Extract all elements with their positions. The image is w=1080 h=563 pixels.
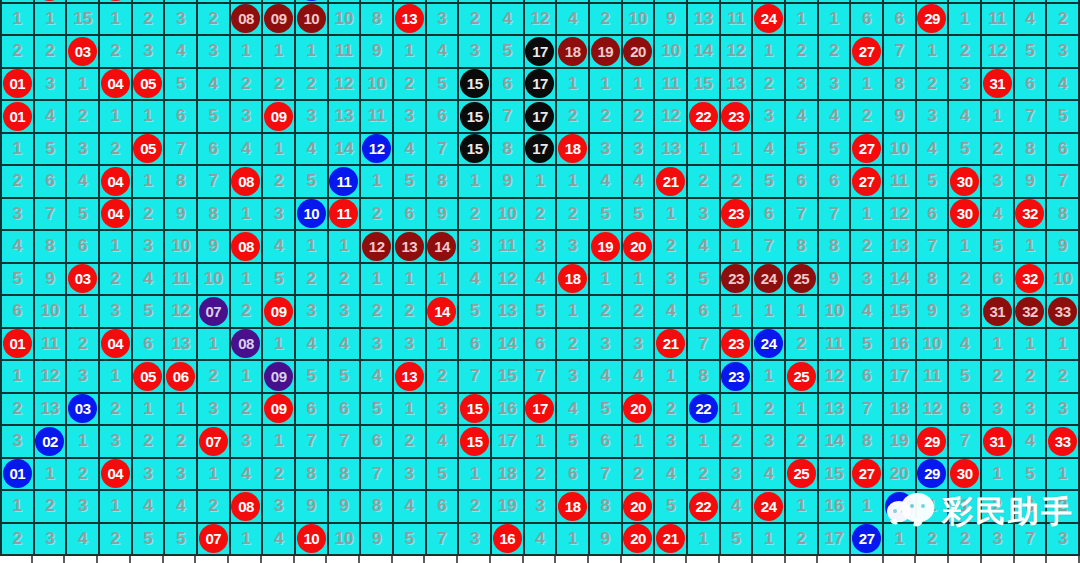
- lottery-ball: 08: [231, 492, 260, 521]
- grid-cell: 22: [688, 491, 721, 524]
- grid-cell: 2: [590, 101, 623, 134]
- grid-cell: 4: [231, 134, 264, 167]
- grid-cell: 1: [655, 361, 688, 394]
- grid-cell: 4: [525, 524, 558, 557]
- grid-cell: 4: [361, 361, 394, 394]
- grid-cell: 5: [1015, 459, 1048, 492]
- grid-cell: 2: [198, 361, 231, 394]
- grid-cell: 1: [721, 296, 754, 329]
- grid-cell: 10: [819, 296, 852, 329]
- grid-cell: 1: [721, 394, 754, 427]
- grid-cell: 9: [427, 199, 460, 232]
- grid-cell: 2: [361, 296, 394, 329]
- lottery-ball: 09: [264, 297, 293, 326]
- lottery-ball: 02: [35, 0, 64, 1]
- grid-cell: 24: [753, 491, 786, 524]
- grid-cell: 23: [721, 264, 754, 297]
- lottery-ball: 20: [623, 394, 652, 423]
- grid-cell: 4: [623, 166, 656, 199]
- grid-cell: 15: [819, 459, 852, 492]
- grid-cell: 5: [688, 264, 721, 297]
- grid-cell: 6: [427, 491, 460, 524]
- lottery-ball: 33: [1048, 427, 1077, 456]
- grid-cell: 5: [165, 524, 198, 557]
- grid-cell: 5: [525, 296, 558, 329]
- lottery-ball: 10: [297, 4, 326, 33]
- grid-cell: 4: [753, 459, 786, 492]
- grid-cell: 21: [655, 166, 688, 199]
- grid-cell: 1: [2, 4, 35, 37]
- lottery-ball: 15: [460, 69, 489, 98]
- grid-cell: 5: [133, 296, 166, 329]
- grid-cell: 8: [35, 231, 68, 264]
- lottery-ball: 17: [525, 134, 554, 163]
- grid-cell: 10: [492, 199, 525, 232]
- grid-cell: 2: [329, 264, 362, 297]
- grid-cell: 9: [1047, 231, 1080, 264]
- grid-cell: 6: [590, 426, 623, 459]
- grid-cell: 15: [459, 394, 492, 427]
- grid-cell: 10: [884, 134, 917, 167]
- lottery-ball: 21: [656, 329, 685, 358]
- grid-cell: 6: [67, 231, 100, 264]
- grid-cell: 17: [525, 101, 558, 134]
- grid-cell: 3: [2, 426, 35, 459]
- grid-cell: 1: [100, 101, 133, 134]
- lottery-ball: 11: [329, 167, 358, 196]
- grid-cell: 7: [427, 134, 460, 167]
- grid-cell: 4: [329, 329, 362, 362]
- grid-cell: 29: [917, 4, 950, 37]
- grid-cell: 2: [949, 264, 982, 297]
- lottery-ball: 10: [297, 524, 326, 553]
- lottery-ball: 14: [427, 232, 456, 261]
- grid-cell: 12: [525, 4, 558, 37]
- grid-cell: 1: [361, 166, 394, 199]
- grid-cell: 17: [525, 394, 558, 427]
- grid-cell: 3: [231, 101, 264, 134]
- grid-cell: 15: [492, 361, 525, 394]
- grid-cell: 1: [198, 329, 231, 362]
- lottery-ball: 32: [1015, 297, 1044, 326]
- grid-cell: 8: [492, 134, 525, 167]
- grid-cell: 2: [786, 426, 819, 459]
- grid-cell: 01: [2, 459, 35, 492]
- grid-cell: 09: [263, 394, 296, 427]
- grid-cell: 1: [557, 296, 590, 329]
- grid-cell: 27: [851, 166, 884, 199]
- grid-cell: 14: [688, 36, 721, 69]
- grid-cell: 12: [361, 231, 394, 264]
- grid-cell: 3: [949, 296, 982, 329]
- grid-cell: 4: [949, 101, 982, 134]
- grid-cell: 1: [753, 361, 786, 394]
- grid-cell: 3: [231, 426, 264, 459]
- grid-cell: 5: [1047, 101, 1080, 134]
- grid-cell: 03: [67, 264, 100, 297]
- grid-cell: 18: [557, 134, 590, 167]
- grid-cell: 2: [982, 361, 1015, 394]
- lottery-ball: 13: [395, 232, 424, 261]
- grid-cell: 13: [394, 231, 427, 264]
- grid-cell: 6: [2, 296, 35, 329]
- lottery-ball: 23: [721, 362, 750, 391]
- grid-cell: 4: [165, 491, 198, 524]
- grid-cell: 04: [100, 166, 133, 199]
- grid-cell: 27: [851, 36, 884, 69]
- grid-cell: 18: [884, 394, 917, 427]
- grid-cell: 7: [884, 36, 917, 69]
- grid-cell: 2: [296, 264, 329, 297]
- grid-cell: 2: [100, 264, 133, 297]
- grid-cell: 8: [361, 491, 394, 524]
- grid-cell: 28: [884, 491, 917, 524]
- grid-cell: 4: [492, 4, 525, 37]
- grid-cell: 1: [1015, 329, 1048, 362]
- grid-cell: 02: [35, 426, 68, 459]
- grid-cell: 9: [1015, 166, 1048, 199]
- grid-cell: 7: [296, 426, 329, 459]
- grid-cell: 11: [917, 361, 950, 394]
- lottery-ball: 18: [558, 492, 587, 521]
- grid-cell: 5: [949, 134, 982, 167]
- grid-cell: 9: [917, 296, 950, 329]
- lottery-ball: 21: [656, 524, 685, 553]
- grid-cell: 1: [361, 264, 394, 297]
- grid-cell: 12: [917, 394, 950, 427]
- grid-cell: 14: [819, 426, 852, 459]
- grid-cell: 3: [851, 264, 884, 297]
- lottery-ball: 29: [917, 427, 946, 456]
- grid-cell: 6: [165, 101, 198, 134]
- grid-cell: 2: [721, 426, 754, 459]
- grid-cell: 2: [100, 134, 133, 167]
- grid-cell: 2: [1047, 491, 1080, 524]
- grid-cell: 30: [949, 199, 982, 232]
- lottery-ball: 09: [264, 102, 293, 131]
- lottery-ball: 32: [1015, 199, 1044, 228]
- grid-cell: 1: [67, 69, 100, 102]
- grid-cell: 1: [329, 231, 362, 264]
- grid-cell: 3: [525, 231, 558, 264]
- grid-cell: 1: [721, 231, 754, 264]
- grid-cell: 24: [753, 329, 786, 362]
- grid-cell: 1: [100, 361, 133, 394]
- bottom-cropped-row: [0, 556, 1080, 563]
- lottery-ball: 27: [852, 524, 881, 553]
- grid-cell: 3: [67, 134, 100, 167]
- grid-cell: 10: [198, 264, 231, 297]
- grid-cell: 2: [949, 524, 982, 557]
- grid-cell: 3: [35, 524, 68, 557]
- grid-cell: 4: [590, 361, 623, 394]
- grid-cell: 12: [982, 36, 1015, 69]
- grid-cell: 23: [721, 199, 754, 232]
- grid-cell: 08: [231, 231, 264, 264]
- grid-cell: 2: [231, 394, 264, 427]
- grid-cell: 7: [590, 459, 623, 492]
- trend-grid-viewport: 0204101115123208091010813324124210913112…: [0, 0, 1080, 563]
- grid-cell: 4: [296, 134, 329, 167]
- grid-cell: 04: [100, 459, 133, 492]
- grid-cell: 8: [165, 166, 198, 199]
- grid-cell: 12: [819, 361, 852, 394]
- grid-cell: 1: [786, 491, 819, 524]
- grid-cell: 11: [329, 166, 362, 199]
- grid-cell: 10: [296, 524, 329, 557]
- grid-cell: 2: [263, 459, 296, 492]
- grid-cell: 4: [394, 134, 427, 167]
- grid-cell: 2: [786, 329, 819, 362]
- grid-cell: 30: [949, 166, 982, 199]
- lottery-ball: 19: [591, 37, 620, 66]
- grid-cell: 3: [982, 524, 1015, 557]
- grid-cell: 11: [721, 4, 754, 37]
- grid-cell: 09: [263, 296, 296, 329]
- grid-cell: 10: [917, 329, 950, 362]
- grid-cell: 29: [917, 459, 950, 492]
- lottery-ball: 08: [231, 232, 260, 261]
- grid-cell: 3: [819, 69, 852, 102]
- grid-cell: 1: [427, 329, 460, 362]
- grid-cell: 2: [917, 69, 950, 102]
- grid-cell: 7: [786, 199, 819, 232]
- grid-cell: 2: [165, 426, 198, 459]
- grid-cell: 09: [263, 361, 296, 394]
- grid-cell: 3: [982, 166, 1015, 199]
- lottery-ball: 05: [133, 69, 162, 98]
- grid-cell: 3: [35, 69, 68, 102]
- grid-cell: 11: [329, 199, 362, 232]
- lottery-ball: 01: [3, 102, 32, 131]
- grid-cell: 12: [35, 361, 68, 394]
- lottery-ball: 11: [329, 199, 358, 228]
- grid-cell: 32: [1015, 296, 1048, 329]
- grid-cell: 7: [1015, 101, 1048, 134]
- grid-cell: 2: [133, 426, 166, 459]
- grid-cell: 5: [753, 166, 786, 199]
- grid-cell: 13: [394, 4, 427, 37]
- grid-cell: 3: [1047, 36, 1080, 69]
- grid-cell: 19: [590, 36, 623, 69]
- lottery-trend-chart: 0204101115123208091010813324124210913112…: [0, 0, 1080, 563]
- grid-cell: 1: [459, 459, 492, 492]
- grid-cell: 10: [329, 524, 362, 557]
- grid-cell: 1: [982, 459, 1015, 492]
- grid-cell: 4: [721, 491, 754, 524]
- grid-cell: 10: [165, 231, 198, 264]
- grid-cell: 2: [982, 134, 1015, 167]
- grid-cell: 33: [1047, 426, 1080, 459]
- grid-cell: 10: [623, 4, 656, 37]
- grid-cell: 1: [851, 69, 884, 102]
- grid-cell: 2: [590, 296, 623, 329]
- grid-cell: 15: [459, 69, 492, 102]
- grid-cell: 8: [590, 491, 623, 524]
- grid-cell: 8: [198, 199, 231, 232]
- grid-cell: 1: [623, 69, 656, 102]
- grid-cell: 6: [884, 4, 917, 37]
- grid-cell: 3: [590, 134, 623, 167]
- grid-cell: 6: [459, 329, 492, 362]
- grid-cell: 2: [655, 394, 688, 427]
- lottery-ball: 13: [395, 362, 424, 391]
- grid-cell: 5: [361, 394, 394, 427]
- grid-cell: 4: [67, 524, 100, 557]
- grid-cell: 18: [557, 264, 590, 297]
- lottery-ball: 07: [199, 524, 228, 553]
- grid-cell: 1: [231, 199, 264, 232]
- grid-cell: 2: [100, 394, 133, 427]
- grid-cell: 1: [917, 491, 950, 524]
- lottery-ball: 04: [101, 329, 130, 358]
- lottery-ball: 33: [1048, 297, 1077, 326]
- trend-grid: 0204101115123208091010813324124210913112…: [0, 0, 1080, 556]
- lottery-ball: 20: [623, 524, 652, 553]
- grid-cell: 2: [198, 4, 231, 37]
- grid-cell: 3: [427, 4, 460, 37]
- grid-cell: 5: [917, 166, 950, 199]
- grid-cell: 1: [263, 329, 296, 362]
- grid-cell: 1: [100, 231, 133, 264]
- grid-cell: 5: [394, 524, 427, 557]
- grid-cell: 07: [198, 426, 231, 459]
- grid-cell: 2: [459, 491, 492, 524]
- lottery-ball: 08: [231, 167, 260, 196]
- grid-cell: 3: [590, 329, 623, 362]
- grid-cell: 4: [427, 36, 460, 69]
- grid-cell: 6: [296, 394, 329, 427]
- grid-cell: 1: [884, 524, 917, 557]
- grid-cell: 3: [459, 231, 492, 264]
- grid-cell: 9: [329, 491, 362, 524]
- grid-cell: 2: [100, 524, 133, 557]
- grid-cell: 2: [263, 166, 296, 199]
- grid-cell: 7: [851, 394, 884, 427]
- lottery-ball: 09: [264, 4, 293, 33]
- grid-cell: 7: [1047, 166, 1080, 199]
- grid-cell: 2: [133, 4, 166, 37]
- grid-cell: 13: [721, 69, 754, 102]
- grid-cell: 4: [949, 329, 982, 362]
- lottery-ball: 24: [754, 329, 783, 358]
- grid-cell: 7: [427, 524, 460, 557]
- grid-cell: 14: [427, 296, 460, 329]
- grid-cell: 8: [427, 166, 460, 199]
- grid-cell: 3: [67, 491, 100, 524]
- grid-cell: 5: [67, 199, 100, 232]
- grid-cell: 07: [198, 524, 231, 557]
- lottery-ball: 05: [133, 134, 162, 163]
- grid-cell: 5: [819, 134, 852, 167]
- grid-cell: 17: [525, 69, 558, 102]
- grid-cell: 8: [851, 426, 884, 459]
- grid-cell: 7: [361, 459, 394, 492]
- grid-cell: 2: [786, 524, 819, 557]
- grid-cell: 1: [1015, 231, 1048, 264]
- lottery-ball: 01: [3, 329, 32, 358]
- grid-cell: 1: [296, 36, 329, 69]
- grid-cell: 4: [655, 459, 688, 492]
- grid-cell: 9: [819, 264, 852, 297]
- grid-cell: 11: [329, 36, 362, 69]
- grid-cell: 1: [557, 69, 590, 102]
- lottery-ball: 08: [231, 329, 260, 358]
- lottery-ball: 31: [983, 297, 1012, 326]
- grid-cell: 6: [949, 394, 982, 427]
- grid-cell: 3: [133, 36, 166, 69]
- grid-cell: 14: [427, 231, 460, 264]
- grid-cell: 17: [525, 134, 558, 167]
- grid-cell: 6: [851, 4, 884, 37]
- grid-cell: 8: [361, 4, 394, 37]
- grid-cell: 2: [786, 36, 819, 69]
- grid-cell: 3: [753, 101, 786, 134]
- grid-cell: 5: [394, 166, 427, 199]
- grid-cell: 2: [2, 166, 35, 199]
- grid-cell: 5: [459, 296, 492, 329]
- lottery-ball: 17: [525, 37, 554, 66]
- grid-cell: 2: [361, 199, 394, 232]
- grid-cell: 04: [100, 69, 133, 102]
- grid-cell: 3: [655, 264, 688, 297]
- grid-cell: 1: [982, 329, 1015, 362]
- grid-cell: 1: [67, 426, 100, 459]
- grid-cell: 3: [263, 199, 296, 232]
- lottery-ball: 10: [297, 199, 326, 228]
- lottery-ball: 15: [460, 102, 489, 131]
- grid-cell: 7: [492, 101, 525, 134]
- grid-cell: 1: [623, 426, 656, 459]
- grid-cell: 4: [459, 264, 492, 297]
- grid-cell: 14: [492, 329, 525, 362]
- grid-cell: 5: [133, 524, 166, 557]
- grid-cell: 4: [198, 69, 231, 102]
- lottery-ball: 20: [623, 37, 652, 66]
- grid-cell: 10: [329, 4, 362, 37]
- grid-cell: 4: [623, 361, 656, 394]
- grid-cell: 1: [688, 426, 721, 459]
- grid-cell: 1: [2, 491, 35, 524]
- grid-cell: 2: [1047, 4, 1080, 37]
- grid-cell: 6: [525, 329, 558, 362]
- lottery-ball: 04: [101, 69, 130, 98]
- grid-cell: 16: [819, 491, 852, 524]
- grid-cell: 6: [361, 426, 394, 459]
- grid-cell: 14: [884, 264, 917, 297]
- grid-cell: 3: [198, 394, 231, 427]
- grid-cell: 31: [982, 69, 1015, 102]
- grid-cell: 15: [67, 4, 100, 37]
- grid-cell: 1: [231, 264, 264, 297]
- grid-cell: 4: [1015, 4, 1048, 37]
- grid-cell: 2: [198, 491, 231, 524]
- grid-cell: 6: [688, 296, 721, 329]
- grid-cell: 20: [623, 491, 656, 524]
- grid-cell: 3: [165, 4, 198, 37]
- grid-cell: 4: [394, 491, 427, 524]
- lottery-ball: 17: [525, 394, 554, 423]
- grid-cell: 12: [721, 36, 754, 69]
- grid-cell: 12: [361, 134, 394, 167]
- grid-cell: 3: [361, 329, 394, 362]
- grid-cell: 22: [688, 101, 721, 134]
- grid-cell: 13: [394, 361, 427, 394]
- grid-cell: 11: [655, 69, 688, 102]
- grid-cell: 3: [165, 459, 198, 492]
- lottery-ball: 22: [689, 394, 718, 423]
- grid-cell: 2: [753, 394, 786, 427]
